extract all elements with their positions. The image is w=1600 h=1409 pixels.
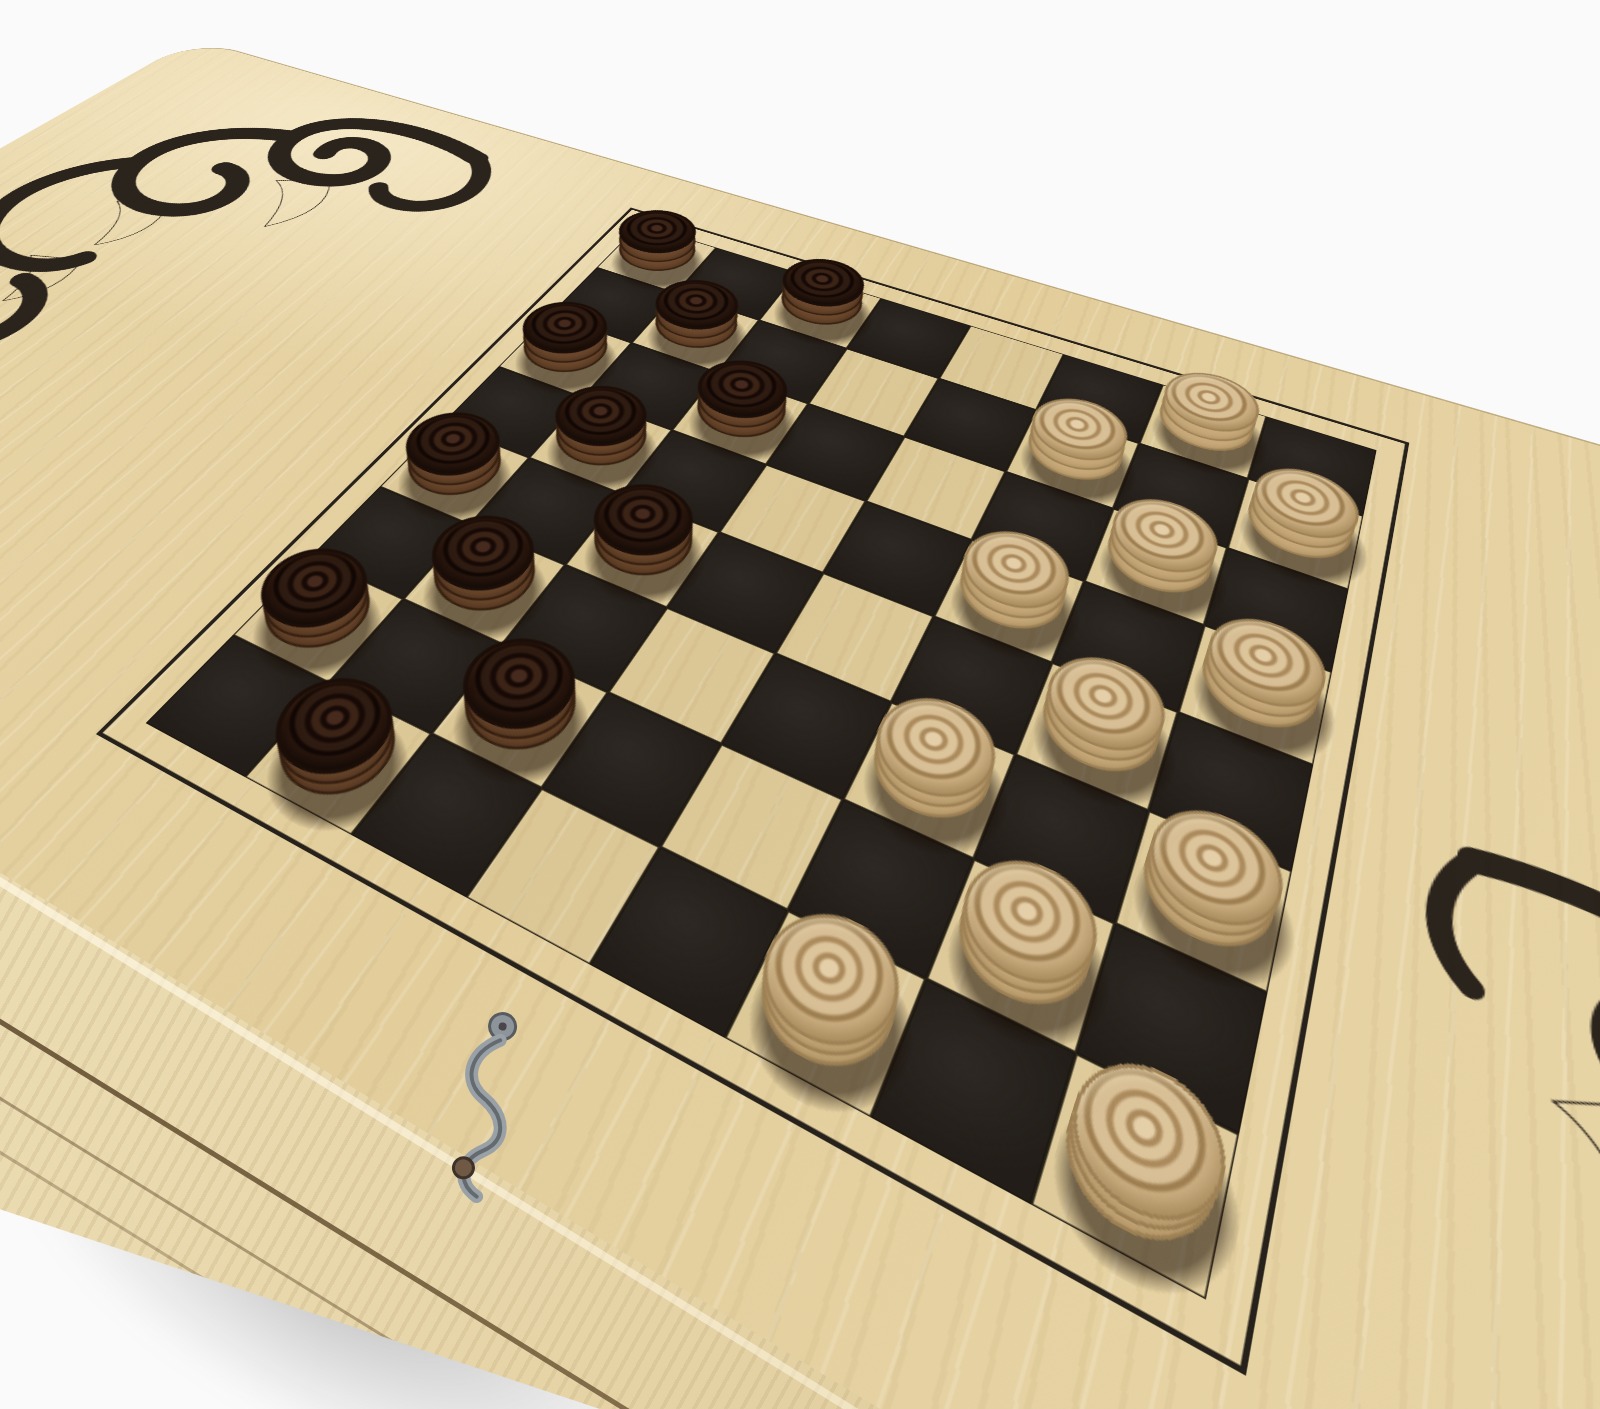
checker-dark-r6c2[interactable] [415, 532, 554, 635]
checker-dark-r3c3[interactable] [682, 379, 799, 458]
product-photo-scene [0, 0, 1600, 1409]
checker-dark-r7c3[interactable] [444, 654, 595, 777]
checker-dark-r2c2[interactable] [641, 298, 750, 366]
checker-dark-r4c2[interactable] [540, 404, 662, 487]
latch-screw-bottom [452, 1156, 475, 1179]
checker-dark-r5c3[interactable] [576, 501, 708, 598]
checker-dark-r3c1[interactable] [508, 320, 622, 391]
